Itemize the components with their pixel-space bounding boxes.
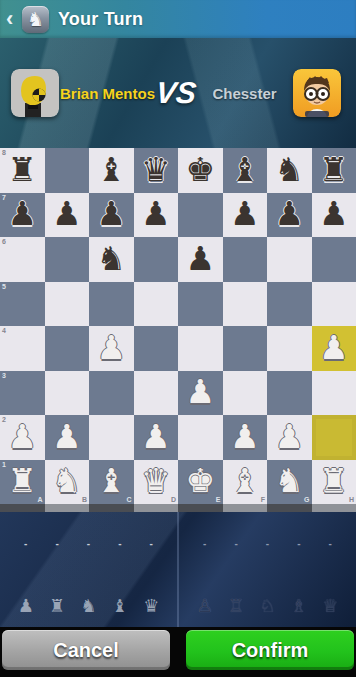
square-a6[interactable]: 6 [0, 237, 45, 282]
vs-label: VS [154, 76, 198, 110]
edge-segment-e [178, 504, 223, 512]
queen-icon: ♕ [322, 597, 338, 615]
rank-label-1: 1 [2, 461, 6, 468]
capture-trays: ----- ♟♜♞♝♛ ----- ♙♖♘♗♕ [0, 512, 356, 627]
white-pawn: ♟ [52, 420, 82, 453]
square-e5[interactable] [178, 282, 223, 327]
square-f6[interactable] [223, 237, 268, 282]
white-rook: ♜ [7, 464, 37, 497]
capture-count-queen: - [329, 538, 332, 549]
square-g8[interactable]: ♞ [267, 148, 312, 193]
rank-label-5: 5 [2, 283, 6, 290]
rank-label-3: 3 [2, 372, 6, 379]
player-name-black: Chesster [196, 85, 293, 102]
square-f5[interactable] [223, 282, 268, 327]
capture-count-pawn: - [203, 538, 206, 549]
rank-label-2: 2 [2, 416, 6, 423]
pawn-icon: ♟ [18, 597, 34, 615]
black-pawn: ♟ [185, 242, 215, 275]
square-h6[interactable] [312, 237, 356, 282]
avatar-chesster [293, 69, 341, 117]
white-pawn: ♟ [96, 331, 126, 364]
queen-icon: ♛ [143, 597, 159, 615]
square-c1[interactable]: ♝C [89, 460, 134, 505]
file-label-b: B [82, 496, 87, 503]
square-h5[interactable] [312, 282, 356, 327]
edge-segment-f [223, 504, 268, 512]
capture-counts-black: ----- [189, 538, 346, 549]
page-title: Your Turn [58, 9, 143, 30]
square-h1[interactable]: ♜H [312, 460, 356, 505]
square-h8[interactable]: ♜ [312, 148, 356, 193]
capture-count-knight: - [266, 538, 269, 549]
square-e3[interactable]: ♟ [178, 371, 223, 416]
square-d3[interactable] [134, 371, 179, 416]
square-g5[interactable] [267, 282, 312, 327]
square-g7[interactable]: ♟ [267, 193, 312, 238]
square-c7[interactable]: ♟ [89, 193, 134, 238]
black-pawn: ♟ [7, 197, 37, 230]
square-c3[interactable] [89, 371, 134, 416]
square-h2[interactable] [312, 415, 356, 460]
file-label-f: F [261, 496, 265, 503]
white-pawn: ♟ [185, 375, 215, 408]
player-bar: Brian Mentos VS Chesster [0, 38, 356, 148]
white-bishop: ♝ [96, 464, 126, 497]
action-bar: Cancel Confirm [0, 627, 356, 677]
square-f3[interactable] [223, 371, 268, 416]
square-b1[interactable]: ♞B [45, 460, 90, 505]
square-f1[interactable]: ♝F [223, 460, 268, 505]
white-knight: ♞ [52, 464, 82, 497]
avatar-brian-mentos [11, 69, 59, 117]
file-label-e: E [216, 496, 221, 503]
file-label-d: D [171, 496, 176, 503]
square-b7[interactable]: ♟ [45, 193, 90, 238]
edge-segment-b [45, 504, 90, 512]
black-king: ♚ [185, 153, 215, 186]
square-c8[interactable]: ♝ [89, 148, 134, 193]
square-c6[interactable]: ♞ [89, 237, 134, 282]
white-queen: ♛ [141, 464, 171, 497]
square-f8[interactable]: ♝ [223, 148, 268, 193]
square-h7[interactable]: ♟ [312, 193, 356, 238]
square-a8[interactable]: ♜8 [0, 148, 45, 193]
capture-icons-black: ♙♖♘♗♕ [189, 597, 346, 615]
capture-count-pawn: - [24, 538, 27, 549]
white-king: ♚ [185, 464, 215, 497]
back-icon[interactable]: ‹ [6, 8, 20, 30]
square-g2[interactable]: ♟ [267, 415, 312, 460]
capture-tray-black: ----- ♙♖♘♗♕ [179, 512, 356, 627]
square-d2[interactable]: ♟ [134, 415, 179, 460]
black-queen: ♛ [141, 153, 171, 186]
black-pawn: ♟ [141, 197, 171, 230]
black-knight: ♞ [274, 153, 304, 186]
knight-icon: ♘ [259, 597, 275, 615]
edge-segment-d [134, 504, 179, 512]
black-rook: ♜ [7, 153, 37, 186]
capture-count-bishop: - [297, 538, 300, 549]
black-pawn: ♟ [230, 197, 260, 230]
square-b5[interactable] [45, 282, 90, 327]
rank-label-6: 6 [2, 238, 6, 245]
square-b3[interactable] [45, 371, 90, 416]
square-g3[interactable] [267, 371, 312, 416]
square-f2[interactable]: ♟ [223, 415, 268, 460]
black-bishop: ♝ [230, 153, 260, 186]
app-knight-badge-icon: ♞ [22, 6, 49, 33]
square-c2[interactable] [89, 415, 134, 460]
square-g6[interactable] [267, 237, 312, 282]
file-label-c: C [126, 496, 131, 503]
pawn-icon: ♙ [197, 597, 213, 615]
bishop-icon: ♝ [112, 597, 128, 615]
board-edge [0, 504, 356, 512]
square-a3[interactable]: 3 [0, 371, 45, 416]
square-a7[interactable]: ♟7 [0, 193, 45, 238]
square-d4[interactable] [134, 326, 179, 371]
square-d1[interactable]: ♛D [134, 460, 179, 505]
file-label-a: A [37, 496, 42, 503]
crash-test-dummy-icon [11, 69, 59, 117]
square-e1[interactable]: ♚E [178, 460, 223, 505]
capture-tray-white: ----- ♟♜♞♝♛ [0, 512, 177, 627]
black-pawn: ♟ [52, 197, 82, 230]
square-d7[interactable]: ♟ [134, 193, 179, 238]
square-a5[interactable]: 5 [0, 282, 45, 327]
rank-label-4: 4 [2, 327, 6, 334]
white-bishop: ♝ [230, 464, 260, 497]
white-pawn: ♟ [274, 420, 304, 453]
black-bishop: ♝ [96, 153, 126, 186]
black-pawn: ♟ [96, 197, 126, 230]
square-g4[interactable] [267, 326, 312, 371]
white-pawn: ♟ [141, 420, 171, 453]
capture-count-knight: - [87, 538, 90, 549]
white-knight: ♞ [274, 464, 304, 497]
knight-glyph: ♞ [27, 8, 44, 30]
square-a1[interactable]: ♜1A [0, 460, 45, 505]
black-pawn: ♟ [274, 197, 304, 230]
capture-count-rook: - [55, 538, 58, 549]
capture-count-bishop: - [118, 538, 121, 549]
capture-counts-white: ----- [10, 538, 167, 549]
rank-label-7: 7 [2, 194, 6, 201]
square-a4[interactable]: 4 [0, 326, 45, 371]
square-h3[interactable] [312, 371, 356, 416]
white-pawn: ♟ [230, 420, 260, 453]
white-pawn: ♟ [7, 420, 37, 453]
edge-segment-h [312, 504, 356, 512]
capture-count-rook: - [234, 538, 237, 549]
file-label-g: G [304, 496, 309, 503]
square-c5[interactable] [89, 282, 134, 327]
edge-segment-a [0, 504, 45, 512]
black-rook: ♜ [319, 153, 349, 186]
capture-icons-white: ♟♜♞♝♛ [10, 597, 167, 615]
square-e2[interactable] [178, 415, 223, 460]
square-a2[interactable]: ♟2 [0, 415, 45, 460]
nerd-kid-icon [293, 69, 341, 117]
confirm-button[interactable]: Confirm [186, 630, 354, 670]
edge-segment-g [267, 504, 312, 512]
top-bar: ‹ ♞ Your Turn [0, 0, 356, 38]
square-d6[interactable] [134, 237, 179, 282]
black-pawn: ♟ [319, 197, 349, 230]
knight-icon: ♞ [80, 597, 96, 615]
square-e7[interactable] [178, 193, 223, 238]
square-f7[interactable]: ♟ [223, 193, 268, 238]
chess-board: ♜8♝♛♚♝♞♜♟7♟♟♟♟♟♟6♞♟54♟♟3♟♟2♟♟♟♟♜1A♞B♝C♛D… [0, 148, 356, 504]
square-g1[interactable]: ♞G [267, 460, 312, 505]
capture-count-queen: - [150, 538, 153, 549]
square-b4[interactable] [45, 326, 90, 371]
edge-segment-c [89, 504, 134, 512]
rook-icon: ♜ [49, 597, 65, 615]
black-knight: ♞ [96, 242, 126, 275]
white-pawn: ♟ [319, 331, 349, 364]
square-e8[interactable]: ♚ [178, 148, 223, 193]
square-d8[interactable]: ♛ [134, 148, 179, 193]
square-c4[interactable]: ♟ [89, 326, 134, 371]
square-f4[interactable] [223, 326, 268, 371]
white-rook: ♜ [319, 464, 349, 497]
cancel-button[interactable]: Cancel [2, 630, 170, 670]
rook-icon: ♖ [228, 597, 244, 615]
square-h4[interactable]: ♟ [312, 326, 356, 371]
square-d5[interactable] [134, 282, 179, 327]
square-e6[interactable]: ♟ [178, 237, 223, 282]
player-name-white: Brian Mentos [59, 85, 156, 102]
square-b2[interactable]: ♟ [45, 415, 90, 460]
square-b8[interactable] [45, 148, 90, 193]
square-b6[interactable] [45, 237, 90, 282]
chess-app-screen: ‹ ♞ Your Turn Brian Mentos VS Chesster [0, 0, 356, 677]
rank-label-8: 8 [2, 149, 6, 156]
file-label-h: H [349, 496, 354, 503]
square-e4[interactable] [178, 326, 223, 371]
bishop-icon: ♗ [291, 597, 307, 615]
